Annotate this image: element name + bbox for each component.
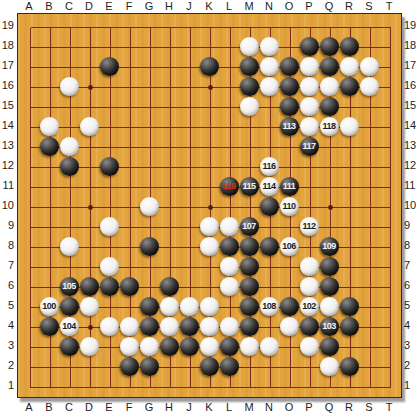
coord-bottom-L: L bbox=[219, 401, 239, 415]
coord-right-1: 1 bbox=[404, 379, 420, 393]
stone-E12 bbox=[100, 157, 119, 176]
move-number-label: 119 bbox=[222, 182, 235, 191]
move-number-label: 111 bbox=[283, 182, 296, 191]
move-number-label: 102 bbox=[302, 302, 316, 311]
stone-M3 bbox=[240, 337, 259, 356]
coord-left-9: 9 bbox=[0, 219, 14, 233]
stone-K3 bbox=[200, 337, 219, 356]
stone-P5: 102 bbox=[300, 297, 319, 316]
stone-S16 bbox=[360, 77, 379, 96]
coord-left-19: 19 bbox=[0, 19, 14, 33]
stone-Q16 bbox=[320, 77, 339, 96]
move-number-label: 108 bbox=[262, 302, 276, 311]
move-number-label: 117 bbox=[302, 142, 315, 151]
stone-P6 bbox=[300, 277, 319, 296]
coord-right-18: 18 bbox=[404, 39, 420, 53]
stone-Q5 bbox=[320, 297, 339, 316]
coord-right-16: 16 bbox=[404, 79, 420, 93]
stone-M7 bbox=[240, 257, 259, 276]
coord-bottom-K: K bbox=[199, 401, 219, 415]
coord-right-4: 4 bbox=[404, 319, 420, 333]
stone-L8 bbox=[220, 237, 239, 256]
coord-left-8: 8 bbox=[0, 239, 14, 253]
coord-left-6: 6 bbox=[0, 279, 14, 293]
stone-D3 bbox=[80, 337, 99, 356]
stone-D14 bbox=[80, 117, 99, 136]
stone-Q6 bbox=[320, 277, 339, 296]
stone-Q2 bbox=[320, 357, 339, 376]
stone-M9: 107 bbox=[240, 217, 259, 236]
stone-M5 bbox=[240, 297, 259, 316]
coord-bottom-G: G bbox=[139, 401, 159, 415]
stone-Q17 bbox=[320, 57, 339, 76]
stone-L3 bbox=[220, 337, 239, 356]
stone-O16 bbox=[280, 77, 299, 96]
stone-R14 bbox=[340, 117, 359, 136]
stone-Q15 bbox=[320, 97, 339, 116]
stone-E17 bbox=[100, 57, 119, 76]
coord-right-3: 3 bbox=[404, 339, 420, 353]
stone-M15 bbox=[240, 97, 259, 116]
coord-left-16: 16 bbox=[0, 79, 14, 93]
stone-P18 bbox=[300, 37, 319, 56]
coord-top-C: C bbox=[59, 0, 79, 13]
stone-C16 bbox=[60, 77, 79, 96]
coord-left-4: 4 bbox=[0, 319, 14, 333]
coord-top-B: B bbox=[39, 0, 59, 13]
stone-K17 bbox=[200, 57, 219, 76]
stone-C3 bbox=[60, 337, 79, 356]
stone-G10 bbox=[140, 197, 159, 216]
coord-bottom-E: E bbox=[99, 401, 119, 415]
coord-left-10: 10 bbox=[0, 199, 14, 213]
coord-top-R: R bbox=[339, 0, 359, 13]
stone-O14: 113 bbox=[280, 117, 299, 136]
stone-P9: 112 bbox=[300, 217, 319, 236]
coord-top-E: E bbox=[99, 0, 119, 13]
coord-right-10: 10 bbox=[404, 199, 420, 213]
stone-D6 bbox=[80, 277, 99, 296]
coord-top-N: N bbox=[259, 0, 279, 13]
stone-S17 bbox=[360, 57, 379, 76]
coord-top-K: K bbox=[199, 0, 219, 13]
stone-O5 bbox=[280, 297, 299, 316]
stone-L6 bbox=[220, 277, 239, 296]
stone-Q18 bbox=[320, 37, 339, 56]
move-number-label: 110 bbox=[282, 202, 295, 211]
coord-top-J: J bbox=[179, 0, 199, 13]
move-number-label: 118 bbox=[322, 122, 335, 131]
stone-G2 bbox=[140, 357, 159, 376]
stone-N3 bbox=[260, 337, 279, 356]
stone-H4 bbox=[160, 317, 179, 336]
stone-B14 bbox=[40, 117, 59, 136]
stone-M17 bbox=[240, 57, 259, 76]
coord-top-L: L bbox=[219, 0, 239, 13]
stone-H6 bbox=[160, 277, 179, 296]
stone-C12 bbox=[60, 157, 79, 176]
stone-M11: 115 bbox=[240, 177, 259, 196]
coord-right-9: 9 bbox=[404, 219, 420, 233]
move-number-label: 113 bbox=[282, 122, 295, 131]
coord-left-7: 7 bbox=[0, 259, 14, 273]
coord-bottom-T: T bbox=[379, 401, 399, 415]
stone-P17 bbox=[300, 57, 319, 76]
stone-K9 bbox=[200, 217, 219, 236]
coord-bottom-H: H bbox=[159, 401, 179, 415]
stone-P16 bbox=[300, 77, 319, 96]
stone-C13 bbox=[60, 137, 79, 156]
move-number-label: 109 bbox=[322, 242, 336, 251]
coord-top-M: M bbox=[239, 0, 259, 13]
coord-left-1: 1 bbox=[0, 379, 14, 393]
coord-bottom-R: R bbox=[339, 401, 359, 415]
coord-left-13: 13 bbox=[0, 139, 14, 153]
coord-bottom-P: P bbox=[299, 401, 319, 415]
stone-N16 bbox=[260, 77, 279, 96]
coord-left-2: 2 bbox=[0, 359, 14, 373]
coord-top-G: G bbox=[139, 0, 159, 13]
stone-L4 bbox=[220, 317, 239, 336]
coord-bottom-Q: Q bbox=[319, 401, 339, 415]
coord-bottom-D: D bbox=[79, 401, 99, 415]
stone-F2 bbox=[120, 357, 139, 376]
stone-P4 bbox=[300, 317, 319, 336]
stone-M16 bbox=[240, 77, 259, 96]
coord-top-A: A bbox=[19, 0, 39, 13]
coord-right-12: 12 bbox=[404, 159, 420, 173]
stone-M4 bbox=[240, 317, 259, 336]
move-number-label: 103 bbox=[322, 322, 336, 331]
coord-bottom-O: O bbox=[279, 401, 299, 415]
stone-R2 bbox=[340, 357, 359, 376]
stone-K8 bbox=[200, 237, 219, 256]
coord-top-S: S bbox=[359, 0, 379, 13]
stone-C6: 105 bbox=[60, 277, 79, 296]
stone-E9 bbox=[100, 217, 119, 236]
coord-top-T: T bbox=[379, 0, 399, 13]
stone-H5 bbox=[160, 297, 179, 316]
stone-Q7 bbox=[320, 257, 339, 276]
coord-left-3: 3 bbox=[0, 339, 14, 353]
move-number-label: 105 bbox=[62, 282, 76, 291]
coord-bottom-M: M bbox=[239, 401, 259, 415]
stone-L9 bbox=[220, 217, 239, 236]
stone-Q8: 109 bbox=[320, 237, 339, 256]
stone-N10 bbox=[260, 197, 279, 216]
coord-bottom-A: A bbox=[19, 401, 39, 415]
coord-right-5: 5 bbox=[404, 299, 420, 313]
stone-C4: 104 bbox=[60, 317, 79, 336]
move-number-label: 104 bbox=[62, 322, 76, 331]
coord-top-Q: Q bbox=[319, 0, 339, 13]
stone-R18 bbox=[340, 37, 359, 56]
coord-right-8: 8 bbox=[404, 239, 420, 253]
stone-O15 bbox=[280, 97, 299, 116]
coord-left-11: 11 bbox=[0, 179, 14, 193]
coord-right-17: 17 bbox=[404, 59, 420, 73]
stone-R5 bbox=[340, 297, 359, 316]
coord-left-14: 14 bbox=[0, 119, 14, 133]
stone-J5 bbox=[180, 297, 199, 316]
stone-C5 bbox=[60, 297, 79, 316]
stone-D5 bbox=[80, 297, 99, 316]
stone-F6 bbox=[120, 277, 139, 296]
stone-B13 bbox=[40, 137, 59, 156]
stone-R16 bbox=[340, 77, 359, 96]
stone-K2 bbox=[200, 357, 219, 376]
coord-left-18: 18 bbox=[0, 39, 14, 53]
stone-L11: 119 bbox=[220, 177, 239, 196]
coord-bottom-S: S bbox=[359, 401, 379, 415]
stone-N11: 114 bbox=[260, 177, 279, 196]
coord-bottom-B: B bbox=[39, 401, 59, 415]
stone-N18 bbox=[260, 37, 279, 56]
stone-H3 bbox=[160, 337, 179, 356]
coord-right-19: 19 bbox=[404, 19, 420, 33]
go-board[interactable]: 1131181171161191151141111101071121061091… bbox=[17, 13, 402, 398]
stone-Q3 bbox=[320, 337, 339, 356]
stone-J4 bbox=[180, 317, 199, 336]
coord-right-7: 7 bbox=[404, 259, 420, 273]
stone-K5 bbox=[200, 297, 219, 316]
stone-E7 bbox=[100, 257, 119, 276]
stone-Q4: 103 bbox=[320, 317, 339, 336]
stone-M18 bbox=[240, 37, 259, 56]
move-number-label: 106 bbox=[282, 242, 296, 251]
stone-K4 bbox=[200, 317, 219, 336]
coord-bottom-C: C bbox=[59, 401, 79, 415]
stone-N5: 108 bbox=[260, 297, 279, 316]
stone-M8 bbox=[240, 237, 259, 256]
move-number-label: 114 bbox=[262, 182, 275, 191]
coord-top-O: O bbox=[279, 0, 299, 13]
stone-N8 bbox=[260, 237, 279, 256]
stone-G5 bbox=[140, 297, 159, 316]
stone-O10: 110 bbox=[280, 197, 299, 216]
stone-J3 bbox=[180, 337, 199, 356]
stone-P14 bbox=[300, 117, 319, 136]
move-number-label: 100 bbox=[42, 302, 56, 311]
stone-B4 bbox=[40, 317, 59, 336]
coord-left-17: 17 bbox=[0, 59, 14, 73]
stone-F4 bbox=[120, 317, 139, 336]
coord-right-6: 6 bbox=[404, 279, 420, 293]
stone-R17 bbox=[340, 57, 359, 76]
stone-O17 bbox=[280, 57, 299, 76]
stone-R4 bbox=[340, 317, 359, 336]
stone-N12: 116 bbox=[260, 157, 279, 176]
stone-L7 bbox=[220, 257, 239, 276]
stone-B5: 100 bbox=[40, 297, 59, 316]
stone-E4 bbox=[100, 317, 119, 336]
coord-bottom-N: N bbox=[259, 401, 279, 415]
stone-G8 bbox=[140, 237, 159, 256]
stone-P7 bbox=[300, 257, 319, 276]
coord-right-14: 14 bbox=[404, 119, 420, 133]
stone-N17 bbox=[260, 57, 279, 76]
go-diagram-page: 1131181171161191151141111101071121061091… bbox=[0, 0, 420, 419]
stone-G4 bbox=[140, 317, 159, 336]
stone-O8: 106 bbox=[280, 237, 299, 256]
coord-right-15: 15 bbox=[404, 99, 420, 113]
stone-M6 bbox=[240, 277, 259, 296]
coord-left-5: 5 bbox=[0, 299, 14, 313]
coord-top-D: D bbox=[79, 0, 99, 13]
coord-top-P: P bbox=[299, 0, 319, 13]
coord-right-11: 11 bbox=[404, 179, 420, 193]
coord-right-13: 13 bbox=[404, 139, 420, 153]
move-number-label: 107 bbox=[242, 222, 256, 231]
stone-grid: 1131181171161191151141111101071121061091… bbox=[18, 14, 402, 399]
coord-right-2: 2 bbox=[404, 359, 420, 373]
coord-bottom-F: F bbox=[119, 401, 139, 415]
coord-left-15: 15 bbox=[0, 99, 14, 113]
stone-O4 bbox=[280, 317, 299, 336]
coord-top-F: F bbox=[119, 0, 139, 13]
stone-Q14: 118 bbox=[320, 117, 339, 136]
coord-bottom-J: J bbox=[179, 401, 199, 415]
move-number-label: 115 bbox=[242, 182, 255, 191]
stone-E6 bbox=[100, 277, 119, 296]
stone-P15 bbox=[300, 97, 319, 116]
stone-G3 bbox=[140, 337, 159, 356]
coord-left-12: 12 bbox=[0, 159, 14, 173]
coord-top-H: H bbox=[159, 0, 179, 13]
stone-L2 bbox=[220, 357, 239, 376]
stone-C8 bbox=[60, 237, 79, 256]
move-number-label: 112 bbox=[302, 222, 315, 231]
move-number-label: 116 bbox=[262, 162, 275, 171]
stone-F3 bbox=[120, 337, 139, 356]
stone-P13: 117 bbox=[300, 137, 319, 156]
stone-O11: 111 bbox=[280, 177, 299, 196]
stone-P3 bbox=[300, 337, 319, 356]
